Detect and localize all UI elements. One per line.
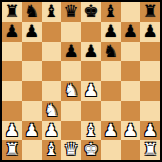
square-a6[interactable] xyxy=(2,42,22,62)
square-g3[interactable] xyxy=(121,101,141,121)
square-c1[interactable]: ♝ xyxy=(42,140,62,160)
square-h7[interactable]: ♟ xyxy=(140,22,160,42)
square-b5[interactable] xyxy=(22,61,42,81)
black-bishop[interactable]: ♝ xyxy=(44,2,59,22)
square-b2[interactable]: ♟ xyxy=(22,121,42,141)
square-e8[interactable]: ♚ xyxy=(81,2,101,22)
square-a2[interactable]: ♟ xyxy=(2,121,22,141)
white-queen[interactable]: ♛ xyxy=(64,140,79,160)
square-h4[interactable] xyxy=(140,81,160,101)
square-c3[interactable]: ♞ xyxy=(42,101,62,121)
square-b8[interactable]: ♞ xyxy=(22,2,42,22)
square-d8[interactable]: ♛ xyxy=(61,2,81,22)
square-a3[interactable] xyxy=(2,101,22,121)
square-f4[interactable] xyxy=(101,81,121,101)
black-knight[interactable]: ♞ xyxy=(24,2,39,22)
square-h8[interactable]: ♜ xyxy=(140,2,160,22)
square-g7[interactable]: ♟ xyxy=(121,22,141,42)
white-pawn[interactable]: ♟ xyxy=(44,121,59,141)
square-c2[interactable]: ♟ xyxy=(42,121,62,141)
square-b3[interactable] xyxy=(22,101,42,121)
square-a8[interactable]: ♜ xyxy=(2,2,22,22)
square-d6[interactable]: ♟ xyxy=(61,42,81,62)
black-pawn[interactable]: ♟ xyxy=(4,22,19,42)
square-f5[interactable] xyxy=(101,61,121,81)
square-f8[interactable]: ♝ xyxy=(101,2,121,22)
square-h2[interactable]: ♟ xyxy=(140,121,160,141)
square-a4[interactable] xyxy=(2,81,22,101)
black-pawn[interactable]: ♟ xyxy=(143,22,158,42)
square-g8[interactable] xyxy=(121,2,141,22)
square-a7[interactable]: ♟ xyxy=(2,22,22,42)
chess-board: ♜♞♝♛♚♝♜♟♟♟♟♟♟♟♞♞♟♞♟♟♟♝♟♟♟♜♝♛♚♜ xyxy=(2,2,160,160)
square-f1[interactable] xyxy=(101,140,121,160)
white-bishop[interactable]: ♝ xyxy=(83,121,98,141)
white-pawn[interactable]: ♟ xyxy=(123,121,138,141)
white-knight[interactable]: ♞ xyxy=(44,101,59,121)
square-h6[interactable] xyxy=(140,42,160,62)
square-e2[interactable]: ♝ xyxy=(81,121,101,141)
square-e4[interactable]: ♟ xyxy=(81,81,101,101)
white-rook[interactable]: ♜ xyxy=(143,140,158,160)
square-h1[interactable]: ♜ xyxy=(140,140,160,160)
square-e7[interactable] xyxy=(81,22,101,42)
square-a5[interactable] xyxy=(2,61,22,81)
black-rook[interactable]: ♜ xyxy=(4,2,19,22)
white-pawn[interactable]: ♟ xyxy=(24,121,39,141)
square-e3[interactable] xyxy=(81,101,101,121)
square-c7[interactable] xyxy=(42,22,62,42)
square-g1[interactable] xyxy=(121,140,141,160)
white-knight[interactable]: ♞ xyxy=(64,81,79,101)
square-d4[interactable]: ♞ xyxy=(61,81,81,101)
square-b4[interactable] xyxy=(22,81,42,101)
black-pawn[interactable]: ♟ xyxy=(24,22,39,42)
square-e6[interactable]: ♟ xyxy=(81,42,101,62)
square-h3[interactable] xyxy=(140,101,160,121)
white-rook[interactable]: ♜ xyxy=(4,140,19,160)
square-d7[interactable] xyxy=(61,22,81,42)
square-h5[interactable] xyxy=(140,61,160,81)
square-g5[interactable] xyxy=(121,61,141,81)
white-pawn[interactable]: ♟ xyxy=(4,121,19,141)
square-d3[interactable] xyxy=(61,101,81,121)
chess-board-frame: ♜♞♝♛♚♝♜♟♟♟♟♟♟♟♞♞♟♞♟♟♟♝♟♟♟♜♝♛♚♜ xyxy=(0,0,162,162)
square-c4[interactable] xyxy=(42,81,62,101)
square-c5[interactable] xyxy=(42,61,62,81)
black-pawn[interactable]: ♟ xyxy=(123,22,138,42)
square-c8[interactable]: ♝ xyxy=(42,2,62,22)
white-pawn[interactable]: ♟ xyxy=(103,121,118,141)
black-knight[interactable]: ♞ xyxy=(103,42,118,62)
black-rook[interactable]: ♜ xyxy=(143,2,158,22)
square-d2[interactable] xyxy=(61,121,81,141)
square-b1[interactable] xyxy=(22,140,42,160)
square-g2[interactable]: ♟ xyxy=(121,121,141,141)
square-f6[interactable]: ♞ xyxy=(101,42,121,62)
square-e1[interactable]: ♚ xyxy=(81,140,101,160)
square-g6[interactable] xyxy=(121,42,141,62)
white-pawn[interactable]: ♟ xyxy=(83,81,98,101)
black-pawn[interactable]: ♟ xyxy=(103,22,118,42)
black-bishop[interactable]: ♝ xyxy=(103,2,118,22)
black-pawn[interactable]: ♟ xyxy=(64,42,79,62)
square-f2[interactable]: ♟ xyxy=(101,121,121,141)
square-b6[interactable] xyxy=(22,42,42,62)
black-king[interactable]: ♚ xyxy=(83,2,98,22)
black-queen[interactable]: ♛ xyxy=(64,2,79,22)
square-f7[interactable]: ♟ xyxy=(101,22,121,42)
square-e5[interactable] xyxy=(81,61,101,81)
square-b7[interactable]: ♟ xyxy=(22,22,42,42)
square-d1[interactable]: ♛ xyxy=(61,140,81,160)
square-d5[interactable] xyxy=(61,61,81,81)
square-f3[interactable] xyxy=(101,101,121,121)
black-pawn[interactable]: ♟ xyxy=(83,42,98,62)
white-bishop[interactable]: ♝ xyxy=(44,140,59,160)
square-c6[interactable] xyxy=(42,42,62,62)
square-a1[interactable]: ♜ xyxy=(2,140,22,160)
square-g4[interactable] xyxy=(121,81,141,101)
white-pawn[interactable]: ♟ xyxy=(143,121,158,141)
white-king[interactable]: ♚ xyxy=(83,140,98,160)
